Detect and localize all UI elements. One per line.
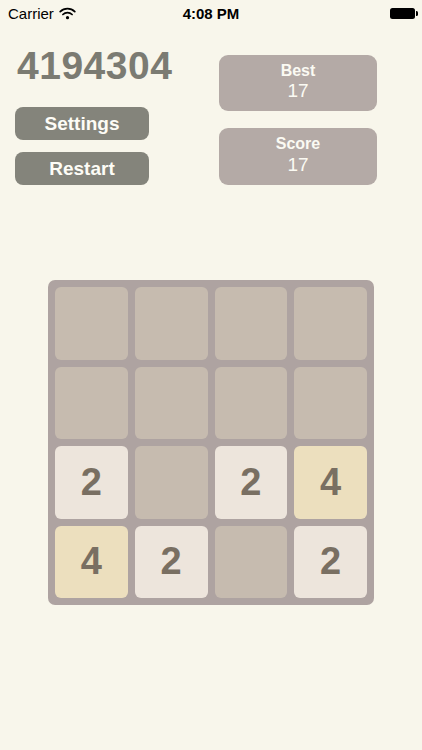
cell-r1c0 bbox=[55, 367, 128, 440]
cell-r0c3 bbox=[294, 287, 367, 360]
cell-r0c0 bbox=[55, 287, 128, 360]
score-value: 17 bbox=[219, 154, 377, 176]
best-score-label: Best bbox=[219, 62, 377, 80]
score-badge: Score 17 bbox=[219, 128, 377, 185]
score-label: Score bbox=[219, 135, 377, 153]
best-score-badge: Best 17 bbox=[219, 55, 377, 111]
cell-r1c3 bbox=[294, 367, 367, 440]
cell-r2c0: 2 bbox=[55, 446, 128, 519]
cell-r0c2 bbox=[215, 287, 288, 360]
cell-r2c2: 2 bbox=[215, 446, 288, 519]
cell-r2c3: 4 bbox=[294, 446, 367, 519]
cell-r0c1 bbox=[135, 287, 208, 360]
cell-r3c3: 2 bbox=[294, 526, 367, 599]
cell-r3c2 bbox=[215, 526, 288, 599]
settings-button[interactable]: Settings bbox=[15, 107, 149, 140]
cell-r3c0: 4 bbox=[55, 526, 128, 599]
best-score-value: 17 bbox=[219, 80, 377, 102]
battery-icon bbox=[390, 8, 415, 19]
cell-r1c2 bbox=[215, 367, 288, 440]
game-board[interactable]: 2 2 4 4 2 2 bbox=[48, 280, 374, 605]
page-title: 4194304 bbox=[17, 44, 172, 88]
cell-r1c1 bbox=[135, 367, 208, 440]
clock: 4:08 PM bbox=[0, 5, 422, 22]
restart-button[interactable]: Restart bbox=[15, 152, 149, 185]
cell-r3c1: 2 bbox=[135, 526, 208, 599]
status-bar: Carrier 4:08 PM bbox=[0, 0, 422, 28]
cell-r2c1 bbox=[135, 446, 208, 519]
